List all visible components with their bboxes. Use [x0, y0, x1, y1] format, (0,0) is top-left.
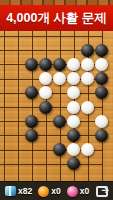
black-stone[interactable]: [95, 86, 108, 99]
grid-vline: [4, 31, 5, 181]
item-pink[interactable]: x0: [67, 186, 89, 197]
white-stone[interactable]: [67, 101, 80, 114]
orange-count: x0: [51, 186, 60, 196]
app-screen: 4,000개 사활 문제 x82 x0 x0 ➔: [0, 0, 113, 200]
white-stone[interactable]: [81, 72, 94, 85]
white-stone[interactable]: [67, 58, 80, 71]
black-stone[interactable]: [25, 129, 38, 142]
grid-vline: [18, 31, 19, 181]
blue-box-icon: [5, 186, 16, 196]
banner-title: 4,000개 사활 문제: [6, 10, 107, 27]
black-stone[interactable]: [25, 115, 38, 128]
white-stone[interactable]: [39, 86, 52, 99]
black-stone[interactable]: [39, 101, 52, 114]
white-stone[interactable]: [81, 143, 94, 156]
exit-button[interactable]: ➔: [96, 186, 108, 197]
white-stone[interactable]: [39, 72, 52, 85]
black-stone[interactable]: [95, 129, 108, 142]
bottom-bar: x82 x0 x0 ➔: [0, 181, 113, 200]
grid-vline: [32, 31, 33, 181]
white-stone[interactable]: [95, 115, 108, 128]
hint-count: x82: [18, 186, 32, 196]
black-stone[interactable]: [53, 115, 66, 128]
grid-vline: [60, 31, 61, 181]
pink-count: x0: [80, 186, 89, 196]
white-stone[interactable]: [81, 101, 94, 114]
black-stone[interactable]: [67, 157, 80, 170]
white-stone[interactable]: [67, 115, 80, 128]
black-stone[interactable]: [53, 58, 66, 71]
black-stone[interactable]: [39, 58, 52, 71]
item-hints[interactable]: x82: [5, 186, 32, 196]
go-board[interactable]: [0, 31, 113, 181]
white-stone[interactable]: [81, 58, 94, 71]
white-stone[interactable]: [53, 72, 66, 85]
black-stone[interactable]: [95, 44, 108, 57]
orange-ball-icon: [38, 186, 49, 197]
pink-ball-icon: [67, 186, 78, 197]
black-stone[interactable]: [67, 129, 80, 142]
white-stone[interactable]: [67, 72, 80, 85]
white-stone[interactable]: [67, 143, 80, 156]
exit-arrow-icon: ➔: [101, 186, 109, 195]
title-banner: 4,000개 사활 문제: [0, 5, 113, 31]
black-stone[interactable]: [95, 72, 108, 85]
black-stone[interactable]: [25, 86, 38, 99]
black-stone[interactable]: [25, 58, 38, 71]
white-stone[interactable]: [67, 86, 80, 99]
item-orange[interactable]: x0: [38, 186, 60, 197]
black-stone[interactable]: [53, 143, 66, 156]
white-stone[interactable]: [95, 58, 108, 71]
black-stone[interactable]: [81, 44, 94, 57]
